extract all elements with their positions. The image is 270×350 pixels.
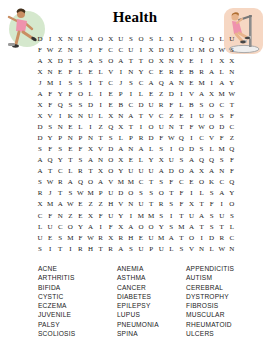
grid-cell: S	[166, 221, 176, 232]
grid-cell: F	[106, 221, 116, 232]
grid-cell: Y	[136, 66, 146, 77]
grid-cell: Y	[45, 133, 55, 144]
grid-cell: I	[96, 221, 106, 232]
grid-cell: O	[207, 44, 217, 55]
grid-cell: X	[166, 33, 176, 44]
grid-cell: X	[186, 199, 196, 210]
grid-cell: E	[65, 144, 75, 155]
grid-cell: M	[217, 88, 227, 99]
grid-cell: M	[126, 177, 136, 188]
grid-cell: C	[227, 122, 237, 133]
grid-cell: A	[85, 33, 95, 44]
grid-cell: Z	[55, 44, 65, 55]
grid-cell: E	[75, 210, 85, 221]
grid-cell: N	[96, 155, 106, 166]
grid-cell: R	[96, 232, 106, 243]
grid-cell: Z	[156, 88, 166, 99]
grid-cell: M	[45, 77, 55, 88]
grid-cell: D	[35, 133, 45, 144]
word-item: ECZEMA	[38, 301, 116, 310]
grid-cell: F	[186, 122, 196, 133]
grid-cell: S	[146, 33, 156, 44]
grid-cell: D	[207, 232, 217, 243]
grid-cell: T	[176, 210, 186, 221]
grid-cell: R	[116, 232, 126, 243]
grid-cell: N	[45, 66, 55, 77]
grid-cell: O	[106, 166, 116, 177]
grid-cell: U	[156, 243, 166, 254]
grid-cell: D	[146, 133, 156, 144]
grid-cell: I	[197, 55, 207, 66]
grid-cell: F	[207, 199, 217, 210]
grid-cell: N	[197, 243, 207, 254]
grid-cell: I	[116, 66, 126, 77]
grid-cell: A	[35, 166, 45, 177]
grid-cell: E	[136, 232, 146, 243]
word-item: CYSTIC	[38, 292, 116, 301]
grid-cell: C	[116, 44, 126, 55]
grid-cell: I	[217, 199, 227, 210]
grid-cell: S	[156, 144, 166, 155]
word-item: PNEUMONIA	[117, 320, 185, 329]
grid-cell: S	[96, 55, 106, 66]
grid-cell: L	[85, 88, 95, 99]
grid-cell: I	[136, 44, 146, 55]
grid-cell: O	[146, 122, 156, 133]
grid-cell: U	[126, 44, 136, 55]
grid-cell: S	[126, 77, 136, 88]
grid-cell: X	[106, 110, 116, 121]
grid-cell: O	[85, 177, 95, 188]
grid-cell: R	[156, 199, 166, 210]
grid-cell: O	[186, 232, 196, 243]
grid-cell: Q	[55, 99, 65, 110]
grid-cell: X	[96, 166, 106, 177]
grid-cell: D	[166, 44, 176, 55]
grid-cell: R	[35, 188, 45, 199]
word-item: DIABETES	[117, 292, 185, 301]
grid-cell: U	[75, 33, 85, 44]
grid-cell: S	[65, 188, 75, 199]
grid-cell: O	[146, 55, 156, 66]
grid-cell: T	[45, 166, 55, 177]
grid-cell: O	[96, 33, 106, 44]
grid-cell: L	[75, 122, 85, 133]
word-list-column: ACNEARTHRITISBIFIDACYSTICECZEMAJUVENILEP…	[38, 264, 116, 338]
grid-cell: N	[116, 110, 126, 121]
grid-cell: T	[217, 221, 227, 232]
grid-cell: H	[126, 232, 136, 243]
grid-cell: M	[136, 210, 146, 221]
grid-cell: L	[75, 66, 85, 77]
grid-cell: L	[176, 99, 186, 110]
grid-cell: L	[96, 110, 106, 121]
grid-cell: L	[166, 243, 176, 254]
grid-cell: C	[176, 177, 186, 188]
grid-cell: S	[75, 55, 85, 66]
grid-cell: O	[176, 166, 186, 177]
grid-cell: Q	[197, 155, 207, 166]
grid-cell: D	[35, 33, 45, 44]
grid-cell: R	[75, 243, 85, 254]
grid-cell: O	[126, 188, 136, 199]
grid-cell: M	[217, 144, 227, 155]
grid-cell: E	[75, 199, 85, 210]
grid-cell: O	[65, 221, 75, 232]
grid-cell: F	[65, 88, 75, 99]
grid-cell: I	[166, 144, 176, 155]
grid-cell: U	[35, 232, 45, 243]
grid-cell: N	[227, 66, 237, 77]
grid-cell: C	[146, 66, 156, 77]
grid-cell: S	[65, 99, 75, 110]
grid-cell: R	[197, 66, 207, 77]
worksheet-page: Health DIXNUAOXUSOSLXJIQOLUFWZNSJFCCUIXD…	[0, 0, 270, 350]
grid-cell: M	[116, 177, 126, 188]
grid-cell: Q	[176, 133, 186, 144]
grid-cell: J	[85, 44, 95, 55]
grid-cell: W	[166, 133, 176, 144]
grid-cell: N	[166, 122, 176, 133]
grid-cell: S	[156, 177, 166, 188]
grid-cell: Q	[156, 77, 166, 88]
grid-cell: A	[156, 166, 166, 177]
grid-cell: E	[65, 122, 75, 133]
grid-cell: I	[96, 88, 106, 99]
grid-cell: M	[45, 199, 55, 210]
grid-cell: X	[227, 55, 237, 66]
grid-cell: O	[136, 221, 146, 232]
grid-cell: A	[35, 155, 45, 166]
grid-cell: T	[227, 99, 237, 110]
grid-cell: E	[186, 177, 196, 188]
grid-cell: R	[166, 66, 176, 77]
grid-cell: T	[55, 188, 65, 199]
grid-cell: C	[217, 177, 227, 188]
grid-cell: F	[96, 44, 106, 55]
grid-cell: S	[126, 33, 136, 44]
grid-cell: T	[197, 221, 207, 232]
grid-cell: X	[116, 155, 126, 166]
grid-cell: J	[35, 77, 45, 88]
word-list-column: ANEMIAASTHMACANCERDIABETESEPILEPSYLUPUSP…	[117, 264, 185, 338]
grid-cell: V	[186, 243, 196, 254]
grid-cell: Y	[75, 221, 85, 232]
grid-cell: I	[186, 110, 196, 121]
grid-cell: U	[146, 99, 156, 110]
grid-cell: Z	[96, 199, 106, 210]
grid-cell: H	[106, 199, 116, 210]
grid-cell: Z	[96, 122, 106, 133]
grid-cell: O	[136, 33, 146, 44]
grid-cell: L	[217, 33, 227, 44]
grid-cell: A	[126, 110, 136, 121]
grid-cell: L	[227, 221, 237, 232]
grid-cell: E	[146, 88, 156, 99]
grid-cell: D	[116, 188, 126, 199]
grid-cell: L	[136, 88, 146, 99]
grid-cell: D	[55, 55, 65, 66]
grid-cell: A	[207, 66, 217, 77]
grid-cell: F	[166, 177, 176, 188]
grid-cell: D	[217, 122, 227, 133]
grid-cell: X	[146, 44, 156, 55]
grid-cell: S	[106, 133, 116, 144]
grid-cell: H	[85, 243, 95, 254]
grid-cell: I	[136, 122, 146, 133]
grid-cell: U	[136, 243, 146, 254]
grid-cell: I	[55, 110, 65, 121]
grid-cell: S	[207, 210, 217, 221]
grid-cell: C	[136, 77, 146, 88]
word-item: SCOLIOSIS	[38, 329, 116, 338]
grid-cell: N	[65, 33, 75, 44]
grid-cell: Q	[227, 177, 237, 188]
grid-cell: T	[197, 199, 207, 210]
grid-cell: S	[35, 177, 45, 188]
grid-cell: S	[217, 155, 227, 166]
word-item: CANCER	[117, 283, 185, 292]
grid-cell: P	[55, 133, 65, 144]
grid-cell: E	[106, 99, 116, 110]
grid-cell: X	[106, 33, 116, 44]
grid-cell: Z	[166, 110, 176, 121]
grid-cell: F	[227, 166, 237, 177]
grid-cell: L	[65, 166, 75, 177]
grid-cell: S	[227, 44, 237, 55]
grid-cell: T	[176, 232, 186, 243]
grid-cell: S	[146, 188, 156, 199]
grid-cell: O	[146, 221, 156, 232]
grid-cell: U	[106, 188, 116, 199]
grid-cell: V	[96, 144, 106, 155]
grid-cell: E	[45, 232, 55, 243]
grid-cell: C	[227, 232, 237, 243]
grid-cell: Y	[227, 77, 237, 88]
grid-cell: K	[65, 110, 75, 121]
grid-cell: A	[217, 77, 227, 88]
grid-cell: C	[106, 44, 116, 55]
grid-cell: D	[85, 99, 95, 110]
grid-cell: B	[186, 99, 196, 110]
grid-cell: T	[96, 243, 106, 254]
grid-cell: V	[106, 177, 116, 188]
grid-cell: S	[207, 188, 217, 199]
word-item: ULCERS	[186, 329, 266, 338]
grid-cell: E	[55, 66, 65, 77]
grid-cell: X	[156, 155, 166, 166]
grid-cell: A	[85, 221, 95, 232]
grid-cell: U	[186, 44, 196, 55]
word-item: PALSY	[38, 320, 116, 329]
grid-cell: E	[176, 66, 186, 77]
grid-cell: Q	[45, 155, 55, 166]
grid-cell: T	[85, 166, 95, 177]
grid-cell: X	[156, 55, 166, 66]
grid-cell: N	[65, 133, 75, 144]
grid-cell: I	[186, 188, 196, 199]
grid-cell: U	[176, 44, 186, 55]
grid-cell: N	[85, 133, 95, 144]
grid-cell: I	[176, 88, 186, 99]
grid-cell: A	[186, 221, 196, 232]
grid-cell: E	[186, 77, 196, 88]
word-list-column: APPENDICITISAUTISMCEREBRALDYSTROPHYFIBRO…	[186, 264, 266, 338]
grid-cell: M	[197, 77, 207, 88]
grid-cell: B	[116, 99, 126, 110]
grid-cell: D	[136, 99, 146, 110]
grid-cell: X	[35, 66, 45, 77]
grid-cell: N	[176, 77, 186, 88]
grid-cell: C	[55, 166, 65, 177]
word-item: LUPUS	[117, 310, 185, 319]
grid-cell: Q	[207, 155, 217, 166]
grid-cell: X	[116, 221, 126, 232]
grid-cell: Y	[55, 155, 65, 166]
grid-cell: T	[96, 77, 106, 88]
grid-cell: J	[45, 188, 55, 199]
grid-cell: A	[85, 55, 95, 66]
word-item: ARTHRITIS	[38, 273, 116, 282]
grid-cell: S	[207, 221, 217, 232]
grid-cell: E	[186, 55, 196, 66]
grid-cell: E	[106, 88, 116, 99]
grid-cell: V	[146, 110, 156, 121]
grid-cell: E	[85, 66, 95, 77]
grid-cell: O	[197, 177, 207, 188]
grid-cell: M	[197, 44, 207, 55]
grid-cell: N	[227, 243, 237, 254]
grid-cell: U	[136, 166, 146, 177]
grid-cell: Q	[106, 122, 116, 133]
grid-cell: I	[85, 122, 95, 133]
grid-cell: C	[55, 221, 65, 232]
grid-cell: O	[207, 33, 217, 44]
grid-cell: W	[65, 199, 75, 210]
grid-cell: S	[176, 243, 186, 254]
grid-cell: A	[197, 210, 207, 221]
grid-cell: N	[55, 210, 65, 221]
grid-cell: A	[116, 243, 126, 254]
grid-cell: S	[35, 243, 45, 254]
grid-cell: A	[186, 166, 196, 177]
grid-cell: U	[45, 221, 55, 232]
grid-cell: U	[197, 110, 207, 121]
grid-cell: A	[85, 155, 95, 166]
grid-cell: P	[75, 133, 85, 144]
grid-cell: T	[55, 243, 65, 254]
grid-cell: O	[106, 55, 116, 66]
grid-cell: A	[65, 177, 75, 188]
grid-cell: W	[45, 177, 55, 188]
grid-cell: A	[35, 88, 45, 99]
grid-cell: N	[166, 55, 176, 66]
word-item: ANEMIA	[117, 264, 185, 273]
grid-cell: L	[207, 144, 217, 155]
grid-cell: O	[207, 122, 217, 133]
grid-cell: T	[65, 55, 75, 66]
grid-cell: F	[65, 66, 75, 77]
word-item: ASTHMA	[117, 273, 185, 282]
grid-cell: Y	[55, 88, 65, 99]
grid-cell: A	[116, 144, 126, 155]
grid-cell: A	[96, 177, 106, 188]
grid-cell: X	[85, 210, 95, 221]
grid-cell: O	[207, 110, 217, 121]
grid-cell: T	[136, 110, 146, 121]
grid-cell: R	[106, 243, 116, 254]
grid-cell: R	[156, 99, 166, 110]
grid-cell: T	[166, 188, 176, 199]
grid-cell: Y	[146, 155, 156, 166]
grid-cell: N	[126, 144, 136, 155]
grid-cell: L	[217, 66, 227, 77]
grid-cell: R	[217, 232, 227, 243]
grid-cell: V	[116, 199, 126, 210]
grid-cell: S	[217, 110, 227, 121]
grid-cell: S	[197, 99, 207, 110]
grid-cell: X	[35, 110, 45, 121]
grid-cell: F	[35, 44, 45, 55]
grid-cell: L	[136, 155, 146, 166]
grid-cell: F	[166, 99, 176, 110]
grid-cell: B	[186, 66, 196, 77]
grid-cell: X	[85, 144, 95, 155]
grid-cell: L	[116, 133, 126, 144]
grid-cell: T	[65, 155, 75, 166]
grid-cell: L	[156, 33, 166, 44]
grid-cell: A	[136, 144, 146, 155]
grid-cell: S	[176, 155, 186, 166]
grid-cell: F	[176, 188, 186, 199]
word-item: EPILEPSY	[117, 301, 185, 310]
grid-cell: F	[75, 144, 85, 155]
grid-cell: L	[207, 243, 217, 254]
grid-cell: S	[227, 210, 237, 221]
grid-cell: S	[75, 99, 85, 110]
grid-cell: S	[55, 144, 65, 155]
grid-cell: W	[217, 243, 227, 254]
grid-cell: U	[146, 166, 156, 177]
grid-cell: S	[65, 77, 75, 88]
grid-cell: P	[146, 243, 156, 254]
grid-cell: F	[75, 232, 85, 243]
grid-cell: U	[166, 155, 176, 166]
grid-cell: C	[126, 99, 136, 110]
grid-cell: M	[176, 221, 186, 232]
grid-cell: R	[136, 133, 146, 144]
grid-cell: D	[166, 88, 176, 99]
grid-cell: A	[207, 166, 217, 177]
grid-cell: S	[75, 44, 85, 55]
grid-cell: M	[146, 210, 156, 221]
grid-cell: M	[156, 232, 166, 243]
grid-cell: I	[85, 77, 95, 88]
grid-cell: A	[55, 199, 65, 210]
grid-cell: S	[45, 122, 55, 133]
grid-cell: M	[65, 232, 75, 243]
grid-cell: V	[45, 110, 55, 121]
grid-cell: A	[166, 232, 176, 243]
grid-cell: I	[126, 210, 136, 221]
grid-cell: F	[45, 99, 55, 110]
grid-cell: P	[96, 188, 106, 199]
word-search-grid: DIXNUAOXUSOSLXJIQOLUFWZNSJFCCUIXDDUUMOWS…	[35, 33, 237, 254]
word-item: ACNE	[38, 264, 116, 273]
grid-cell: T	[136, 55, 146, 66]
grid-cell: F	[45, 210, 55, 221]
grid-cell: X	[207, 88, 217, 99]
